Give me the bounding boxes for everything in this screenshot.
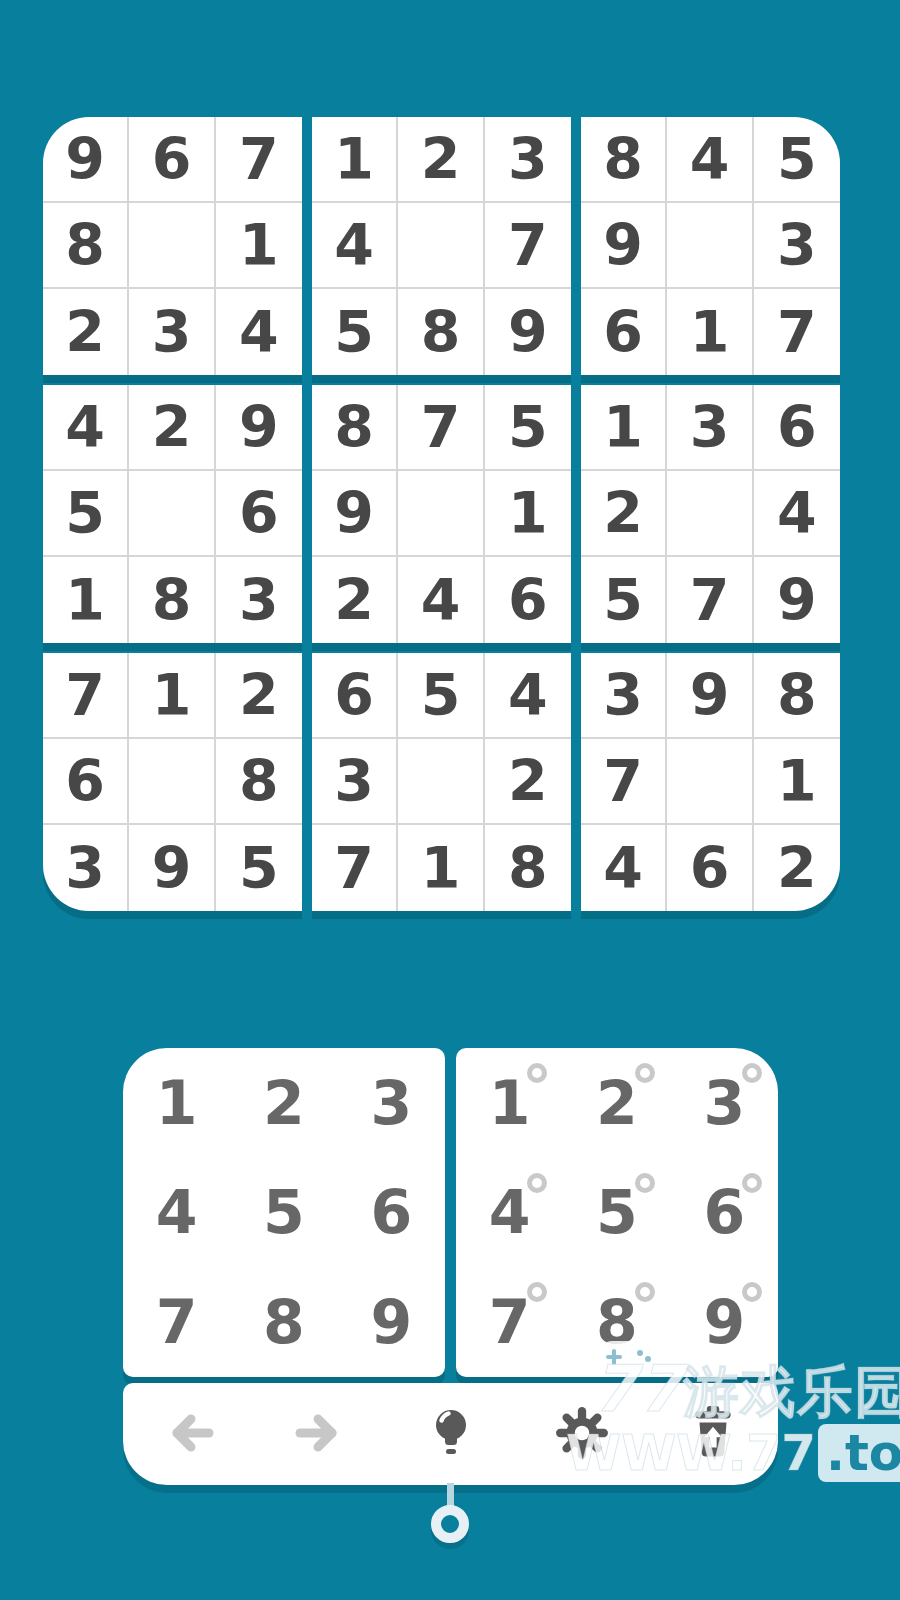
- cell-r2c3[interactable]: 1: [216, 203, 302, 289]
- cell-r2c7[interactable]: 9: [581, 203, 667, 289]
- block-1-2: 12347589: [312, 117, 571, 375]
- undo-button[interactable]: [123, 1409, 254, 1460]
- watermark-url-suffix: .top: [818, 1424, 900, 1482]
- hint-button[interactable]: [385, 1406, 516, 1463]
- block-2-3: 13624579: [581, 385, 840, 643]
- pad-digit: 3: [703, 1068, 745, 1138]
- pad-digit: 2: [596, 1068, 638, 1138]
- note-ring-icon: [527, 1282, 547, 1302]
- pad-digit: 7: [489, 1287, 531, 1357]
- block-3-1: 71268395: [43, 653, 302, 911]
- hint-pull-ring[interactable]: [431, 1505, 469, 1543]
- cell-r5c3[interactable]: 6: [216, 471, 302, 557]
- cell-r7c9[interactable]: 8: [754, 653, 840, 739]
- cell-r1c8[interactable]: 4: [667, 117, 753, 203]
- cell-r7c8[interactable]: 9: [667, 653, 753, 739]
- cell-r7c5[interactable]: 5: [398, 653, 484, 739]
- cell-r9c2[interactable]: 9: [129, 825, 215, 911]
- numpad-digit-7[interactable]: 7: [123, 1267, 230, 1377]
- block-1-3: 84593617: [581, 117, 840, 375]
- pad-digit: 1: [489, 1068, 531, 1138]
- cell-r8c9[interactable]: 1: [754, 739, 840, 825]
- arrow-right-icon: [292, 1409, 348, 1460]
- numpad-digit-4[interactable]: 4: [123, 1158, 230, 1268]
- cell-r3c1[interactable]: 2: [43, 289, 129, 375]
- cell-r3c9[interactable]: 7: [754, 289, 840, 375]
- cell-r8c7[interactable]: 7: [581, 739, 667, 825]
- pad-digit: 2: [263, 1068, 305, 1138]
- cell-r5c1[interactable]: 5: [43, 471, 129, 557]
- cell-r1c9[interactable]: 5: [754, 117, 840, 203]
- notes-pad: 123456789: [456, 1048, 778, 1377]
- gear-icon: [555, 1406, 609, 1463]
- pad-digit: 3: [370, 1068, 412, 1138]
- cell-r1c6[interactable]: 3: [485, 117, 571, 203]
- block-2-2: 87591246: [312, 385, 571, 643]
- pad-digit: 1: [156, 1068, 198, 1138]
- cell-r6c2[interactable]: 8: [129, 557, 215, 643]
- notepad-digit-5[interactable]: 5: [563, 1158, 670, 1268]
- erase-button[interactable]: [647, 1406, 778, 1463]
- cell-r6c3[interactable]: 3: [216, 557, 302, 643]
- arrow-left-icon: [161, 1409, 217, 1460]
- cell-r4c8[interactable]: 3: [667, 385, 753, 471]
- cell-r8c1[interactable]: 6: [43, 739, 129, 825]
- cell-r3c7[interactable]: 6: [581, 289, 667, 375]
- cell-r6c5[interactable]: 4: [398, 557, 484, 643]
- numpad-digit-1[interactable]: 1: [123, 1048, 230, 1158]
- cell-r2c8[interactable]: [667, 203, 753, 289]
- cell-r4c3[interactable]: 9: [216, 385, 302, 471]
- cell-r5c9[interactable]: 4: [754, 471, 840, 557]
- lightbulb-icon: [427, 1406, 475, 1463]
- cell-r4c9[interactable]: 6: [754, 385, 840, 471]
- cell-r3c6[interactable]: 9: [485, 289, 571, 375]
- cell-r1c7[interactable]: 8: [581, 117, 667, 203]
- cell-r7c1[interactable]: 7: [43, 653, 129, 739]
- notepad-digit-8[interactable]: 8: [563, 1267, 670, 1377]
- cell-r9c6[interactable]: 8: [485, 825, 571, 911]
- cell-r6c7[interactable]: 5: [581, 557, 667, 643]
- cell-r9c1[interactable]: 3: [43, 825, 129, 911]
- cell-r4c6[interactable]: 5: [485, 385, 571, 471]
- pad-digit: 9: [370, 1287, 412, 1357]
- notepad-digit-1[interactable]: 1: [456, 1048, 563, 1158]
- cell-r6c8[interactable]: 7: [667, 557, 753, 643]
- cell-r8c6[interactable]: 2: [485, 739, 571, 825]
- cell-r2c2[interactable]: [129, 203, 215, 289]
- cell-r7c7[interactable]: 3: [581, 653, 667, 739]
- pad-digit: 8: [263, 1287, 305, 1357]
- pad-digit: 8: [596, 1287, 638, 1357]
- cell-r9c3[interactable]: 5: [216, 825, 302, 911]
- note-ring-icon: [635, 1063, 655, 1083]
- cell-r9c8[interactable]: 6: [667, 825, 753, 911]
- note-ring-icon: [635, 1173, 655, 1193]
- cell-r9c4[interactable]: 7: [312, 825, 398, 911]
- cell-r8c8[interactable]: [667, 739, 753, 825]
- cell-r5c4[interactable]: 9: [312, 471, 398, 557]
- numpad-digit-5[interactable]: 5: [230, 1158, 337, 1268]
- cell-r8c4[interactable]: 3: [312, 739, 398, 825]
- numpad-digit-3[interactable]: 3: [338, 1048, 445, 1158]
- cell-r7c4[interactable]: 6: [312, 653, 398, 739]
- cell-r7c2[interactable]: 1: [129, 653, 215, 739]
- block-1-1: 96781234: [43, 117, 302, 375]
- cell-r6c4[interactable]: 2: [312, 557, 398, 643]
- numpad-digit-2[interactable]: 2: [230, 1048, 337, 1158]
- notepad-digit-7[interactable]: 7: [456, 1267, 563, 1377]
- cell-r2c5[interactable]: [398, 203, 484, 289]
- cell-r7c6[interactable]: 4: [485, 653, 571, 739]
- cell-r5c5[interactable]: [398, 471, 484, 557]
- note-ring-icon: [635, 1282, 655, 1302]
- cell-r8c2[interactable]: [129, 739, 215, 825]
- cell-r5c6[interactable]: 1: [485, 471, 571, 557]
- number-pad: 123456789: [123, 1048, 445, 1377]
- cell-r1c4[interactable]: 1: [312, 117, 398, 203]
- notepad-digit-6[interactable]: 6: [671, 1158, 778, 1268]
- pad-digit: 7: [156, 1287, 198, 1357]
- pad-digit: 5: [596, 1177, 638, 1247]
- notepad-digit-9[interactable]: 9: [671, 1267, 778, 1377]
- note-ring-icon: [742, 1063, 762, 1083]
- cell-r2c4[interactable]: 4: [312, 203, 398, 289]
- cell-r9c5[interactable]: 1: [398, 825, 484, 911]
- cell-r4c2[interactable]: 2: [129, 385, 215, 471]
- cell-r2c9[interactable]: 3: [754, 203, 840, 289]
- sudoku-app: 9678123412347589845936174295618387591246…: [0, 0, 900, 1600]
- toolbar: [123, 1383, 778, 1485]
- note-ring-icon: [742, 1173, 762, 1193]
- cell-r6c6[interactable]: 6: [485, 557, 571, 643]
- block-2-1: 42956183: [43, 385, 302, 643]
- cell-r2c1[interactable]: 8: [43, 203, 129, 289]
- cell-r7c3[interactable]: 2: [216, 653, 302, 739]
- numpad-digit-9[interactable]: 9: [338, 1267, 445, 1377]
- pad-digit: 6: [370, 1177, 412, 1247]
- cell-r3c8[interactable]: 1: [667, 289, 753, 375]
- pad-digit: 5: [263, 1177, 305, 1247]
- notepad-digit-3[interactable]: 3: [671, 1048, 778, 1158]
- numpad-digit-6[interactable]: 6: [338, 1158, 445, 1268]
- cell-r9c9[interactable]: 2: [754, 825, 840, 911]
- cell-r6c1[interactable]: 1: [43, 557, 129, 643]
- block-3-3: 39871462: [581, 653, 840, 911]
- trash-icon: [690, 1406, 736, 1463]
- cell-r1c2[interactable]: 6: [129, 117, 215, 203]
- numpad-digit-8[interactable]: 8: [230, 1267, 337, 1377]
- cell-r4c7[interactable]: 1: [581, 385, 667, 471]
- cell-r6c9[interactable]: 9: [754, 557, 840, 643]
- pad-digit: 6: [703, 1177, 745, 1247]
- cell-r3c5[interactable]: 8: [398, 289, 484, 375]
- cell-r3c2[interactable]: 3: [129, 289, 215, 375]
- cell-r8c5[interactable]: [398, 739, 484, 825]
- cell-r1c5[interactable]: 2: [398, 117, 484, 203]
- cell-r4c4[interactable]: 8: [312, 385, 398, 471]
- note-ring-icon: [742, 1282, 762, 1302]
- block-3-2: 65432718: [312, 653, 571, 911]
- redo-button[interactable]: [254, 1409, 385, 1460]
- cell-r5c2[interactable]: [129, 471, 215, 557]
- cell-r5c7[interactable]: 2: [581, 471, 667, 557]
- notepad-digit-4[interactable]: 4: [456, 1158, 563, 1268]
- cell-r1c3[interactable]: 7: [216, 117, 302, 203]
- cell-r1c1[interactable]: 9: [43, 117, 129, 203]
- settings-button[interactable]: [516, 1406, 647, 1463]
- pad-digit: 4: [489, 1177, 531, 1247]
- cell-r4c5[interactable]: 7: [398, 385, 484, 471]
- note-ring-icon: [527, 1173, 547, 1193]
- sudoku-board: 9678123412347589845936174295618387591246…: [43, 117, 840, 911]
- cell-r4c1[interactable]: 4: [43, 385, 129, 471]
- notepad-digit-2[interactable]: 2: [563, 1048, 670, 1158]
- cell-r3c3[interactable]: 4: [216, 289, 302, 375]
- cell-r5c8[interactable]: [667, 471, 753, 557]
- cell-r3c4[interactable]: 5: [312, 289, 398, 375]
- note-ring-icon: [527, 1063, 547, 1083]
- pad-digit: 9: [703, 1287, 745, 1357]
- pad-digit: 4: [156, 1177, 198, 1247]
- cell-r2c6[interactable]: 7: [485, 203, 571, 289]
- cell-r9c7[interactable]: 4: [581, 825, 667, 911]
- cell-r8c3[interactable]: 8: [216, 739, 302, 825]
